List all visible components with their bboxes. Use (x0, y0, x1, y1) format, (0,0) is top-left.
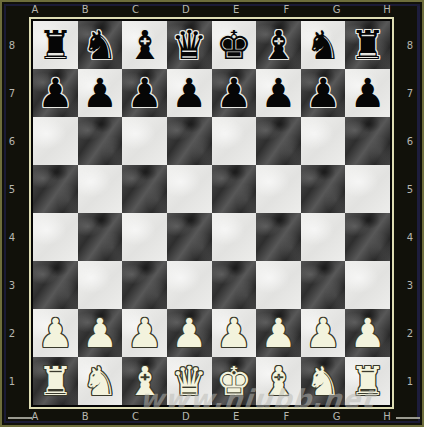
square-h2[interactable]: ♟ (345, 309, 390, 357)
square-h1[interactable]: ♜ (345, 357, 390, 405)
square-e5[interactable] (212, 165, 257, 213)
rank-label-7: 7 (403, 69, 417, 117)
square-b4[interactable] (78, 213, 123, 261)
square-b6[interactable] (78, 117, 123, 165)
square-d4[interactable] (167, 213, 212, 261)
square-f8[interactable]: ♝ (256, 21, 301, 69)
square-c5[interactable] (122, 165, 167, 213)
file-label-f: F (279, 3, 293, 17)
rank-label-7: 7 (5, 69, 19, 117)
square-b7[interactable]: ♟ (78, 69, 123, 117)
rank-labels-left: 87654321 (5, 21, 19, 405)
square-c4[interactable] (122, 213, 167, 261)
piece-black-pawn[interactable]: ♟ (305, 73, 341, 113)
square-f7[interactable]: ♟ (256, 69, 301, 117)
square-g7[interactable]: ♟ (301, 69, 346, 117)
square-b8[interactable]: ♞ (78, 21, 123, 69)
square-e6[interactable] (212, 117, 257, 165)
square-d1[interactable]: ♛ (167, 357, 212, 405)
square-d8[interactable]: ♛ (167, 21, 212, 69)
square-g8[interactable]: ♞ (301, 21, 346, 69)
square-a3[interactable] (33, 261, 78, 309)
rank-label-8: 8 (5, 21, 19, 69)
piece-white-rook[interactable]: ♜ (37, 361, 73, 401)
rank-label-5: 5 (403, 165, 417, 213)
piece-white-knight[interactable]: ♞ (305, 361, 341, 401)
rank-labels-right: 87654321 (403, 21, 417, 405)
file-label-b: B (78, 410, 92, 424)
file-label-c: C (129, 3, 143, 17)
square-h8[interactable]: ♜ (345, 21, 390, 69)
square-e7[interactable]: ♟ (212, 69, 257, 117)
file-label-a: A (28, 3, 42, 17)
file-labels-bottom: ABCDEFGH (28, 410, 394, 424)
piece-black-knight[interactable]: ♞ (305, 25, 341, 65)
file-labels-top: ABCDEFGH (28, 3, 394, 17)
square-a5[interactable] (33, 165, 78, 213)
rank-label-2: 2 (5, 309, 19, 357)
piece-black-bishop[interactable]: ♝ (261, 25, 297, 65)
piece-white-pawn[interactable]: ♟ (37, 313, 73, 353)
piece-black-pawn[interactable]: ♟ (37, 73, 73, 113)
square-d6[interactable] (167, 117, 212, 165)
file-label-e: E (229, 410, 243, 424)
piece-white-bishop[interactable]: ♝ (127, 361, 163, 401)
square-e4[interactable] (212, 213, 257, 261)
square-e2[interactable]: ♟ (212, 309, 257, 357)
square-d3[interactable] (167, 261, 212, 309)
piece-white-king[interactable]: ♚ (216, 361, 252, 401)
frame-tick-right (396, 417, 420, 419)
rank-label-5: 5 (5, 165, 19, 213)
square-h7[interactable]: ♟ (345, 69, 390, 117)
square-g2[interactable]: ♟ (301, 309, 346, 357)
square-f5[interactable] (256, 165, 301, 213)
piece-white-pawn[interactable]: ♟ (305, 313, 341, 353)
file-label-b: B (78, 3, 92, 17)
square-c6[interactable] (122, 117, 167, 165)
piece-black-pawn[interactable]: ♟ (350, 73, 386, 113)
piece-black-pawn[interactable]: ♟ (171, 73, 207, 113)
piece-white-queen[interactable]: ♛ (171, 361, 207, 401)
rank-label-1: 1 (5, 357, 19, 405)
piece-black-rook[interactable]: ♜ (350, 25, 386, 65)
file-label-g: G (330, 3, 344, 17)
file-label-d: D (179, 3, 193, 17)
rank-label-4: 4 (403, 213, 417, 261)
square-a4[interactable] (33, 213, 78, 261)
piece-black-pawn[interactable]: ♟ (261, 73, 297, 113)
piece-white-knight[interactable]: ♞ (82, 361, 118, 401)
piece-black-pawn[interactable]: ♟ (216, 73, 252, 113)
piece-white-pawn[interactable]: ♟ (350, 313, 386, 353)
square-c3[interactable] (122, 261, 167, 309)
square-f6[interactable] (256, 117, 301, 165)
rank-label-6: 6 (403, 117, 417, 165)
square-d2[interactable]: ♟ (167, 309, 212, 357)
piece-black-queen[interactable]: ♛ (171, 25, 207, 65)
square-g4[interactable] (301, 213, 346, 261)
board-frame: ♜♞♝♛♚♝♞♜♟♟♟♟♟♟♟♟♟♟♟♟♟♟♟♟♜♞♝♛♚♝♞♜ (29, 17, 394, 409)
square-f2[interactable]: ♟ (256, 309, 301, 357)
square-g5[interactable] (301, 165, 346, 213)
piece-black-pawn[interactable]: ♟ (82, 73, 118, 113)
square-h3[interactable] (345, 261, 390, 309)
frame-bevel-right (417, 6, 420, 419)
square-e8[interactable]: ♚ (212, 21, 257, 69)
piece-black-pawn[interactable]: ♟ (127, 73, 163, 113)
square-e3[interactable] (212, 261, 257, 309)
file-label-d: D (179, 410, 193, 424)
rank-label-3: 3 (403, 261, 417, 309)
square-a6[interactable] (33, 117, 78, 165)
piece-white-pawn[interactable]: ♟ (171, 313, 207, 353)
square-h6[interactable] (345, 117, 390, 165)
square-b1[interactable]: ♞ (78, 357, 123, 405)
rank-label-1: 1 (403, 357, 417, 405)
square-d7[interactable]: ♟ (167, 69, 212, 117)
square-d5[interactable] (167, 165, 212, 213)
square-a1[interactable]: ♜ (33, 357, 78, 405)
square-b5[interactable] (78, 165, 123, 213)
file-label-h: H (380, 3, 394, 17)
chess-app-window: ABCDEFGH 87654321 87654321 ABCDEFGH ♜♞♝♛… (0, 0, 424, 427)
piece-black-rook[interactable]: ♜ (37, 25, 73, 65)
file-label-f: F (279, 410, 293, 424)
square-g6[interactable] (301, 117, 346, 165)
piece-white-pawn[interactable]: ♟ (127, 313, 163, 353)
rank-label-6: 6 (5, 117, 19, 165)
piece-white-pawn[interactable]: ♟ (216, 313, 252, 353)
piece-black-bishop[interactable]: ♝ (127, 25, 163, 65)
square-b3[interactable] (78, 261, 123, 309)
rank-label-3: 3 (5, 261, 19, 309)
frame-tick-left (8, 417, 32, 419)
chess-board: ♜♞♝♛♚♝♞♜♟♟♟♟♟♟♟♟♟♟♟♟♟♟♟♟♜♞♝♛♚♝♞♜ (33, 21, 390, 405)
file-label-h: H (380, 410, 394, 424)
square-c8[interactable]: ♝ (122, 21, 167, 69)
square-a2[interactable]: ♟ (33, 309, 78, 357)
square-c2[interactable]: ♟ (122, 309, 167, 357)
square-b2[interactable]: ♟ (78, 309, 123, 357)
piece-black-king[interactable]: ♚ (216, 25, 252, 65)
square-g3[interactable] (301, 261, 346, 309)
piece-black-knight[interactable]: ♞ (82, 25, 118, 65)
square-c1[interactable]: ♝ (122, 357, 167, 405)
rank-label-2: 2 (403, 309, 417, 357)
square-g1[interactable]: ♞ (301, 357, 346, 405)
file-label-c: C (129, 410, 143, 424)
piece-white-pawn[interactable]: ♟ (261, 313, 297, 353)
square-a7[interactable]: ♟ (33, 69, 78, 117)
rank-label-8: 8 (403, 21, 417, 69)
file-label-e: E (229, 3, 243, 17)
square-h5[interactable] (345, 165, 390, 213)
square-a8[interactable]: ♜ (33, 21, 78, 69)
square-h4[interactable] (345, 213, 390, 261)
square-c7[interactable]: ♟ (122, 69, 167, 117)
file-label-g: G (330, 410, 344, 424)
square-e1[interactable]: ♚ (212, 357, 257, 405)
square-f1[interactable]: ♝ (256, 357, 301, 405)
rank-label-4: 4 (5, 213, 19, 261)
piece-white-rook[interactable]: ♜ (350, 361, 386, 401)
square-f4[interactable] (256, 213, 301, 261)
piece-white-bishop[interactable]: ♝ (261, 361, 297, 401)
piece-white-pawn[interactable]: ♟ (82, 313, 118, 353)
square-f3[interactable] (256, 261, 301, 309)
